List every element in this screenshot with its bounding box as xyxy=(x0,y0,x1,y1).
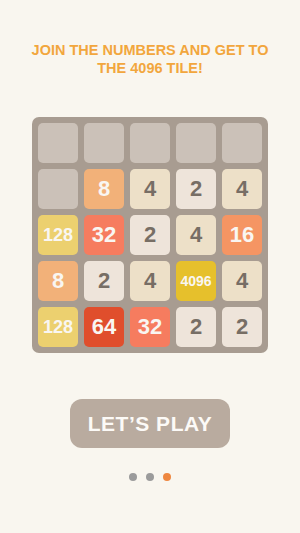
tile-8: 8 xyxy=(84,169,124,209)
tile-4: 4 xyxy=(176,215,216,255)
tile-128: 128 xyxy=(38,215,78,255)
tile-4096: 4096 xyxy=(176,261,216,301)
tile-128: 128 xyxy=(38,307,78,347)
page-dot[interactable] xyxy=(146,473,154,481)
tile-32: 32 xyxy=(130,307,170,347)
tile-32: 32 xyxy=(84,215,124,255)
tile-2: 2 xyxy=(176,169,216,209)
empty-cell xyxy=(222,123,262,163)
tile-4: 4 xyxy=(130,261,170,301)
tile-2: 2 xyxy=(130,215,170,255)
empty-cell xyxy=(38,169,78,209)
tile-4: 4 xyxy=(222,169,262,209)
board: 842412832241682440964128643222 xyxy=(32,117,268,353)
tile-64: 64 xyxy=(84,307,124,347)
tile-8: 8 xyxy=(38,261,78,301)
page-indicator xyxy=(0,473,300,481)
page-dot-active[interactable] xyxy=(163,473,171,481)
tile-2: 2 xyxy=(222,307,262,347)
page-title-line-1: JOIN THE NUMBERS AND GET TO xyxy=(0,41,300,59)
empty-cell xyxy=(176,123,216,163)
tile-4: 4 xyxy=(130,169,170,209)
page-dot[interactable] xyxy=(129,473,137,481)
tile-4: 4 xyxy=(222,261,262,301)
empty-cell xyxy=(130,123,170,163)
tile-2: 2 xyxy=(84,261,124,301)
tile-2: 2 xyxy=(176,307,216,347)
page-title: JOIN THE NUMBERS AND GET TO THE 4096 TIL… xyxy=(0,41,300,77)
lets-play-button[interactable]: LET’S PLAY xyxy=(70,399,230,448)
empty-cell xyxy=(84,123,124,163)
tile-16: 16 xyxy=(222,215,262,255)
empty-cell xyxy=(38,123,78,163)
page-title-line-2: THE 4096 TILE! xyxy=(0,59,300,77)
